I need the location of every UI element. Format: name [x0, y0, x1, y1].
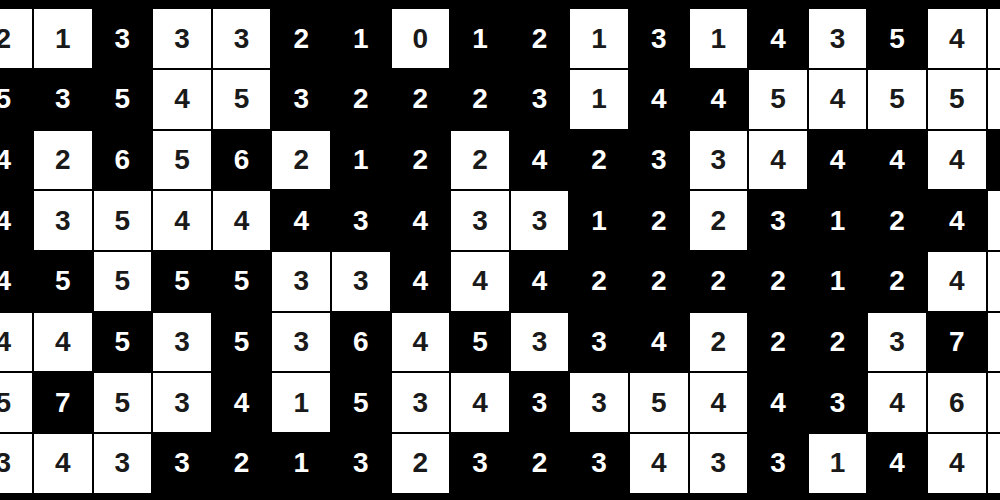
cell-r2c12[interactable]: 4	[629, 69, 689, 130]
cell-r6c4[interactable]: 3	[152, 312, 212, 373]
cell-r2c16[interactable]: 5	[867, 69, 927, 130]
cell-r3c1[interactable]: 4	[0, 130, 33, 191]
cell-r4c11[interactable]: 1	[569, 190, 629, 251]
cell-r1c10[interactable]: 2	[510, 8, 570, 69]
cell-r5c17[interactable]: 4	[927, 251, 987, 312]
cell-r1c17[interactable]: 4	[927, 8, 987, 69]
cell-r3c5[interactable]: 6	[212, 130, 272, 191]
cell-r5c3[interactable]: 5	[93, 251, 153, 312]
cell-r8c14[interactable]: 3	[748, 433, 808, 494]
cell-r4c4[interactable]: 4	[152, 190, 212, 251]
cell-r8c9[interactable]: 3	[450, 433, 510, 494]
cell-r6c10[interactable]: 3	[510, 312, 570, 373]
cell-r3c3[interactable]: 6	[93, 130, 153, 191]
cell-r5c8[interactable]: 4	[391, 251, 451, 312]
cell-r7c18[interactable]	[987, 372, 1000, 433]
cell-r4c13[interactable]: 2	[689, 190, 749, 251]
cell-r5c13[interactable]: 2	[689, 251, 749, 312]
cell-r4c7[interactable]: 3	[331, 190, 391, 251]
cell-r1c4[interactable]: 3	[152, 8, 212, 69]
cell-r8c4[interactable]: 3	[152, 433, 212, 494]
cell-r8c12[interactable]: 4	[629, 433, 689, 494]
cell-r7c4[interactable]: 3	[152, 372, 212, 433]
cell-r7c5[interactable]: 4	[212, 372, 272, 433]
cell-r3c17[interactable]: 4	[927, 130, 987, 191]
cell-r3c10[interactable]: 4	[510, 130, 570, 191]
cell-r1c16[interactable]: 5	[867, 8, 927, 69]
cell-r2c2[interactable]: 3	[33, 69, 93, 130]
cell-r5c4[interactable]: 5	[152, 251, 212, 312]
cell-r2c11[interactable]: 1	[569, 69, 629, 130]
cell-r2c9[interactable]: 2	[450, 69, 510, 130]
cell-r8c17[interactable]: 4	[927, 433, 987, 494]
cell-r3c14[interactable]: 4	[748, 130, 808, 191]
cell-r2c5[interactable]: 5	[212, 69, 272, 130]
cell-r3c13[interactable]: 3	[689, 130, 749, 191]
cell-r1c15[interactable]: 3	[808, 8, 868, 69]
cell-r4c10[interactable]: 3	[510, 190, 570, 251]
cell-r7c17[interactable]: 6	[927, 372, 987, 433]
cell-r6c18[interactable]	[987, 312, 1000, 373]
cell-r8c6[interactable]: 1	[271, 433, 331, 494]
cell-r8c7[interactable]: 3	[331, 433, 391, 494]
cell-r2c8[interactable]: 2	[391, 69, 451, 130]
cell-r1c11[interactable]: 1	[569, 8, 629, 69]
cell-r5c18[interactable]	[987, 251, 1000, 312]
cell-r3c12[interactable]: 3	[629, 130, 689, 191]
cell-r1c14[interactable]: 4	[748, 8, 808, 69]
cell-r6c15[interactable]: 2	[808, 312, 868, 373]
cell-r5c5[interactable]: 5	[212, 251, 272, 312]
cell-r6c1[interactable]: 4	[0, 312, 33, 373]
cell-r2c13[interactable]: 4	[689, 69, 749, 130]
cell-r3c16[interactable]: 4	[867, 130, 927, 191]
cell-r6c17[interactable]: 7	[927, 312, 987, 373]
cell-r8c8[interactable]: 2	[391, 433, 451, 494]
cell-r5c12[interactable]: 2	[629, 251, 689, 312]
cell-r8c16[interactable]: 4	[867, 433, 927, 494]
cell-r4c6[interactable]: 4	[271, 190, 331, 251]
cell-r2c3[interactable]: 5	[93, 69, 153, 130]
cell-r8c15[interactable]: 1	[808, 433, 868, 494]
cell-r6c8[interactable]: 4	[391, 312, 451, 373]
cell-r1c13[interactable]: 1	[689, 8, 749, 69]
cell-r8c10[interactable]: 2	[510, 433, 570, 494]
cell-r4c3[interactable]: 5	[93, 190, 153, 251]
cell-r6c2[interactable]: 4	[33, 312, 93, 373]
mosaic-board: 2133321012131435453545322231445455426562…	[0, 8, 1000, 494]
cell-r6c6[interactable]: 3	[271, 312, 331, 373]
cell-r4c2[interactable]: 3	[33, 190, 93, 251]
cell-r3c15[interactable]: 4	[808, 130, 868, 191]
cell-r5c2[interactable]: 5	[33, 251, 93, 312]
cell-r8c11[interactable]: 3	[569, 433, 629, 494]
cell-r1c18[interactable]	[987, 8, 1000, 69]
cell-r7c8[interactable]: 3	[391, 372, 451, 433]
cell-r5c11[interactable]: 2	[569, 251, 629, 312]
cell-r1c7[interactable]: 1	[331, 8, 391, 69]
cell-r7c13[interactable]: 4	[689, 372, 749, 433]
cell-r4c1[interactable]: 4	[0, 190, 33, 251]
cell-r5c14[interactable]: 2	[748, 251, 808, 312]
cell-r1c2[interactable]: 1	[33, 8, 93, 69]
cell-r2c10[interactable]: 3	[510, 69, 570, 130]
cell-r4c18[interactable]	[987, 190, 1000, 251]
cell-r8c13[interactable]: 3	[689, 433, 749, 494]
cell-r3c7[interactable]: 1	[331, 130, 391, 191]
cell-r3c6[interactable]: 2	[271, 130, 331, 191]
cell-r8c18[interactable]	[987, 433, 1000, 494]
cell-r3c11[interactable]: 2	[569, 130, 629, 191]
cell-r4c14[interactable]: 3	[748, 190, 808, 251]
cell-r5c1[interactable]: 4	[0, 251, 33, 312]
cell-r6c14[interactable]: 2	[748, 312, 808, 373]
cell-r2c15[interactable]: 4	[808, 69, 868, 130]
cell-r7c14[interactable]: 4	[748, 372, 808, 433]
cell-r7c1[interactable]: 5	[0, 372, 33, 433]
cell-r8c1[interactable]: 3	[0, 433, 33, 494]
cell-r1c8[interactable]: 0	[391, 8, 451, 69]
cell-r7c11[interactable]: 3	[569, 372, 629, 433]
cell-r2c6[interactable]: 3	[271, 69, 331, 130]
cell-r4c12[interactable]: 2	[629, 190, 689, 251]
cell-r7c9[interactable]: 4	[450, 372, 510, 433]
cell-r5c16[interactable]: 2	[867, 251, 927, 312]
cell-r7c7[interactable]: 5	[331, 372, 391, 433]
cell-r1c1[interactable]: 2	[0, 8, 33, 69]
cell-r5c15[interactable]: 1	[808, 251, 868, 312]
cell-r8c2[interactable]: 4	[33, 433, 93, 494]
cell-r3c8[interactable]: 2	[391, 130, 451, 191]
cell-r7c10[interactable]: 3	[510, 372, 570, 433]
cell-r5c10[interactable]: 4	[510, 251, 570, 312]
cell-r8c5[interactable]: 2	[212, 433, 272, 494]
cell-r4c8[interactable]: 4	[391, 190, 451, 251]
cell-r2c1[interactable]: 5	[0, 69, 33, 130]
puzzle-screen: 2133321012131435453545322231445455426562…	[0, 0, 1000, 500]
cell-r6c7[interactable]: 6	[331, 312, 391, 373]
cell-r2c17[interactable]: 5	[927, 69, 987, 130]
cell-r1c5[interactable]: 3	[212, 8, 272, 69]
cell-r2c4[interactable]: 4	[152, 69, 212, 130]
cell-r2c7[interactable]: 2	[331, 69, 391, 130]
cell-r3c9[interactable]: 2	[450, 130, 510, 191]
cell-r4c9[interactable]: 3	[450, 190, 510, 251]
cell-r4c15[interactable]: 1	[808, 190, 868, 251]
cell-r1c12[interactable]: 3	[629, 8, 689, 69]
cell-r6c3[interactable]: 5	[93, 312, 153, 373]
cell-r4c16[interactable]: 2	[867, 190, 927, 251]
cell-r6c12[interactable]: 4	[629, 312, 689, 373]
cell-r6c11[interactable]: 3	[569, 312, 629, 373]
cell-r6c13[interactable]: 2	[689, 312, 749, 373]
cell-r7c3[interactable]: 5	[93, 372, 153, 433]
cell-r5c7[interactable]: 3	[331, 251, 391, 312]
cell-r2c18[interactable]	[987, 69, 1000, 130]
cell-r2c14[interactable]: 5	[748, 69, 808, 130]
cell-r3c2[interactable]: 2	[33, 130, 93, 191]
cell-r3c18[interactable]	[987, 130, 1000, 191]
cell-r7c12[interactable]: 5	[629, 372, 689, 433]
cell-r8c3[interactable]: 3	[93, 433, 153, 494]
cell-r7c6[interactable]: 1	[271, 372, 331, 433]
cell-r4c5[interactable]: 4	[212, 190, 272, 251]
cell-r6c9[interactable]: 5	[450, 312, 510, 373]
cell-r4c17[interactable]: 4	[927, 190, 987, 251]
cell-r6c16[interactable]: 3	[867, 312, 927, 373]
cell-r5c6[interactable]: 3	[271, 251, 331, 312]
cell-r7c2[interactable]: 7	[33, 372, 93, 433]
cell-r7c16[interactable]: 4	[867, 372, 927, 433]
cell-r6c5[interactable]: 5	[212, 312, 272, 373]
cell-r5c9[interactable]: 4	[450, 251, 510, 312]
cell-r1c9[interactable]: 1	[450, 8, 510, 69]
cell-r7c15[interactable]: 3	[808, 372, 868, 433]
cell-r3c4[interactable]: 5	[152, 130, 212, 191]
cell-r1c6[interactable]: 2	[271, 8, 331, 69]
cell-r1c3[interactable]: 3	[93, 8, 153, 69]
